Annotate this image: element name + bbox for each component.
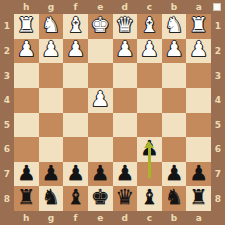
square-h1[interactable]: ♜ (14, 14, 39, 39)
square-d6[interactable] (113, 137, 138, 162)
square-e8[interactable]: ♚ (88, 186, 113, 211)
piece-bP-d7[interactable]: ♟ (115, 163, 134, 184)
square-g7[interactable]: ♟ (39, 162, 64, 187)
piece-bN-b8[interactable]: ♞ (165, 187, 184, 208)
piece-wP-c2[interactable]: ♟ (140, 39, 159, 60)
square-f6[interactable] (63, 137, 88, 162)
square-a7[interactable]: ♟ (186, 162, 211, 187)
square-d3[interactable] (113, 63, 138, 88)
piece-wB-f1[interactable]: ♝ (66, 15, 85, 36)
square-e4[interactable]: ♟ (88, 88, 113, 113)
square-g2[interactable]: ♟ (39, 39, 64, 64)
square-g3[interactable] (39, 63, 64, 88)
piece-wP-b2[interactable]: ♟ (165, 39, 184, 60)
piece-bP-e7[interactable]: ♟ (91, 163, 110, 184)
square-f7[interactable]: ♟ (63, 162, 88, 187)
rank-labels-left: 12345678 (0, 14, 14, 211)
square-a5[interactable] (186, 113, 211, 138)
square-f3[interactable] (63, 63, 88, 88)
rank-label-right-1: 1 (211, 14, 225, 39)
square-a2[interactable]: ♟ (186, 39, 211, 64)
piece-wR-a1[interactable]: ♜ (189, 15, 208, 36)
square-e3[interactable] (88, 63, 113, 88)
rank-labels-right: 12345678 (211, 14, 225, 211)
square-b3[interactable] (162, 63, 187, 88)
square-c3[interactable] (137, 63, 162, 88)
piece-wR-h1[interactable]: ♜ (17, 15, 36, 36)
square-c2[interactable]: ♟ (137, 39, 162, 64)
square-h7[interactable]: ♟ (14, 162, 39, 187)
rank-label-right-8: 8 (211, 186, 225, 211)
square-f8[interactable]: ♝ (63, 186, 88, 211)
square-b4[interactable] (162, 88, 187, 113)
rank-label-right-5: 5 (211, 113, 225, 138)
file-label-bottom-a: a (186, 211, 211, 225)
piece-bN-g8[interactable]: ♞ (42, 187, 61, 208)
piece-wP-g2[interactable]: ♟ (42, 39, 61, 60)
square-f1[interactable]: ♝ (63, 14, 88, 39)
rank-label-right-2: 2 (211, 39, 225, 64)
piece-bP-h7[interactable]: ♟ (17, 163, 36, 184)
square-f4[interactable] (63, 88, 88, 113)
square-d5[interactable] (113, 113, 138, 138)
piece-wQ-d1[interactable]: ♛ (115, 15, 134, 36)
square-h5[interactable] (14, 113, 39, 138)
white-to-move-square-icon (213, 3, 221, 11)
rank-label-right-6: 6 (211, 137, 225, 162)
square-d4[interactable] (113, 88, 138, 113)
rank-label-left-3: 3 (0, 63, 14, 88)
square-d8[interactable]: ♛ (113, 186, 138, 211)
piece-bR-h8[interactable]: ♜ (17, 187, 36, 208)
square-g8[interactable]: ♞ (39, 186, 64, 211)
square-c1[interactable]: ♝ (137, 14, 162, 39)
square-g6[interactable] (39, 137, 64, 162)
rank-label-right-4: 4 (211, 88, 225, 113)
square-a8[interactable]: ♜ (186, 186, 211, 211)
piece-wP-d2[interactable]: ♟ (115, 39, 134, 60)
file-label-bottom-b: b (162, 211, 187, 225)
square-g4[interactable] (39, 88, 64, 113)
square-e2[interactable] (88, 39, 113, 64)
rank-label-right-3: 3 (211, 63, 225, 88)
piece-bP-b7[interactable]: ♟ (165, 163, 184, 184)
piece-wP-a2[interactable]: ♟ (189, 39, 208, 60)
square-b2[interactable]: ♟ (162, 39, 187, 64)
square-b8[interactable]: ♞ (162, 186, 187, 211)
piece-wN-g1[interactable]: ♞ (42, 15, 61, 36)
square-a6[interactable] (186, 137, 211, 162)
square-e7[interactable]: ♟ (88, 162, 113, 187)
rank-label-left-4: 4 (0, 88, 14, 113)
square-g5[interactable] (39, 113, 64, 138)
piece-wP-f2[interactable]: ♟ (66, 39, 85, 60)
square-e1[interactable]: ♚ (88, 14, 113, 39)
rank-label-left-6: 6 (0, 137, 14, 162)
file-label-bottom-e: e (88, 211, 113, 225)
last-move-arrow-shaft (148, 147, 151, 178)
rank-label-left-5: 5 (0, 113, 14, 138)
square-h8[interactable]: ♜ (14, 186, 39, 211)
piece-bP-f7[interactable]: ♟ (66, 163, 85, 184)
square-c8[interactable]: ♝ (137, 186, 162, 211)
square-h4[interactable] (14, 88, 39, 113)
rank-label-left-8: 8 (0, 186, 14, 211)
square-h2[interactable]: ♟ (14, 39, 39, 64)
square-d2[interactable]: ♟ (113, 39, 138, 64)
square-c5[interactable] (137, 113, 162, 138)
square-c4[interactable] (137, 88, 162, 113)
rank-label-left-1: 1 (0, 14, 14, 39)
square-h6[interactable] (14, 137, 39, 162)
piece-wP-e4[interactable]: ♟ (91, 89, 110, 110)
file-label-bottom-c: c (137, 211, 162, 225)
square-a1[interactable]: ♜ (186, 14, 211, 39)
square-b1[interactable]: ♞ (162, 14, 187, 39)
piece-bP-g7[interactable]: ♟ (42, 163, 61, 184)
square-d1[interactable]: ♛ (113, 14, 138, 39)
square-a3[interactable] (186, 63, 211, 88)
square-a4[interactable] (186, 88, 211, 113)
piece-bR-a8[interactable]: ♜ (189, 187, 208, 208)
piece-bQ-d8[interactable]: ♛ (115, 187, 134, 208)
piece-wK-e1[interactable]: ♚ (91, 15, 110, 36)
rank-label-left-2: 2 (0, 39, 14, 64)
square-h3[interactable] (14, 63, 39, 88)
piece-bB-c8[interactable]: ♝ (140, 187, 159, 208)
square-e6[interactable] (88, 137, 113, 162)
piece-wN-b1[interactable]: ♞ (165, 15, 184, 36)
piece-wB-c1[interactable]: ♝ (140, 15, 159, 36)
piece-bK-e8[interactable]: ♚ (91, 187, 110, 208)
file-label-bottom-d: d (113, 211, 138, 225)
square-b5[interactable] (162, 113, 187, 138)
rank-label-left-7: 7 (0, 162, 14, 187)
square-b7[interactable]: ♟ (162, 162, 187, 187)
chess-board: ♜♞♝♚♛♝♞♜♟♟♟♟♟♟♟♟♟♟♟♟♟♟♟♟♜♞♝♚♛♝♞♜ (14, 14, 211, 211)
rank-label-right-7: 7 (211, 162, 225, 187)
piece-bP-a7[interactable]: ♟ (189, 163, 208, 184)
square-b6[interactable] (162, 137, 187, 162)
square-e5[interactable] (88, 113, 113, 138)
piece-bB-f8[interactable]: ♝ (66, 187, 85, 208)
file-label-bottom-f: f (63, 211, 88, 225)
square-g1[interactable]: ♞ (39, 14, 64, 39)
file-labels-bottom: hgfedcba (14, 211, 211, 225)
square-d7[interactable]: ♟ (113, 162, 138, 187)
chess-board-frame: hgfedcba hgfedcba 12345678 12345678 ♜♞♝♚… (0, 0, 225, 225)
square-f2[interactable]: ♟ (63, 39, 88, 64)
piece-wP-h2[interactable]: ♟ (17, 39, 36, 60)
file-label-bottom-g: g (39, 211, 64, 225)
square-f5[interactable] (63, 113, 88, 138)
file-label-bottom-h: h (14, 211, 39, 225)
